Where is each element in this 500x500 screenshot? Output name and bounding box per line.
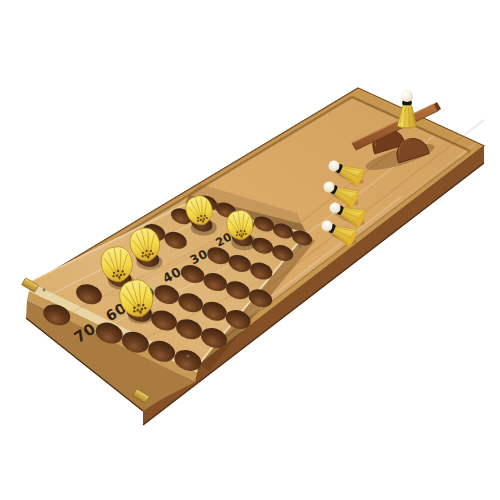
product-photo-shuttlecock-game: 10203040506070 <box>0 0 500 500</box>
screw <box>187 355 190 358</box>
shuttle-cork <box>401 90 413 102</box>
screw <box>299 245 302 248</box>
game-scene: 10203040506070 <box>0 0 500 500</box>
screw <box>43 289 46 292</box>
